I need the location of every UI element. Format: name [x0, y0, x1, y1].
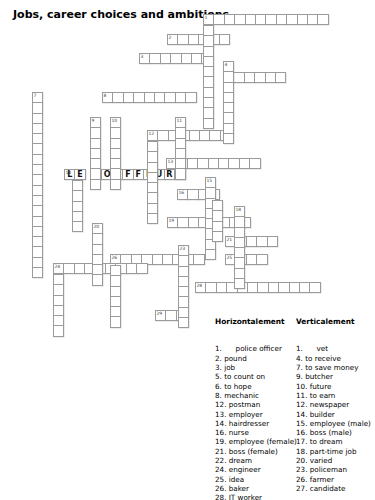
crossword-cell[interactable]: [32, 267, 43, 278]
filled-letter: F: [123, 170, 132, 179]
clue-number: 18: [236, 207, 242, 212]
clue-item: 4. to receive: [296, 354, 375, 363]
crossword-cell[interactable]: [203, 118, 214, 129]
crossword-cell[interactable]: [267, 236, 278, 247]
crossword-cell[interactable]: [72, 221, 83, 232]
clue-number: 24: [55, 264, 61, 269]
clue-item: 14. hairdresser: [215, 419, 296, 428]
crossword-cell[interactable]: [92, 274, 103, 285]
clue-lists: Horizontalement 1. police officer2. poun…: [215, 298, 375, 500]
crossword-cell[interactable]: [249, 158, 260, 169]
down-clue-items: 1. vet4. to receive7. to save money9. bu…: [296, 344, 375, 493]
clue-number: 11: [177, 118, 183, 123]
clue-item: 10. future: [296, 382, 375, 391]
clue-item: 28. IT worker: [215, 493, 296, 500]
word-slot: 7: [32, 92, 43, 277]
crossword-cell[interactable]: [53, 325, 64, 336]
word-slot: 2: [167, 34, 229, 45]
crossword-cell[interactable]: [175, 168, 186, 179]
word-slot: 23: [178, 245, 189, 327]
word-slot: 8: [102, 92, 196, 103]
word-slot: 21: [225, 236, 277, 247]
clue-item: 16. boss (male): [296, 428, 375, 437]
crossword-cell[interactable]: [110, 316, 121, 327]
word-slot: 4: [223, 61, 234, 143]
clue-item: 5. to count on: [215, 372, 296, 381]
crossword-cell[interactable]: [275, 72, 286, 83]
crossword-cell[interactable]: [205, 249, 216, 260]
clue-item: 27. candidate: [296, 484, 375, 493]
clue-number: 29: [157, 311, 163, 316]
filled-letter: E: [75, 170, 84, 179]
clue-number: 10: [112, 118, 118, 123]
clue-item: 8. mechanic: [215, 391, 296, 400]
word-slot: 11: [175, 117, 186, 179]
down-header: Verticalement: [296, 317, 375, 326]
clue-number: 23: [180, 246, 186, 251]
clue-number: 19: [169, 218, 175, 223]
worksheet-page: Jobs, career choices and ambitions 12358…: [0, 0, 375, 500]
word-slot: [203, 25, 214, 128]
clue-number: 21: [227, 237, 233, 242]
clue-item: 2. pound: [215, 354, 296, 363]
clue-item: 26. baker: [215, 484, 296, 493]
clue-number: 7: [34, 93, 37, 98]
word-slot: COIFFEUR: [91, 169, 185, 180]
filled-letter: F: [134, 170, 143, 179]
filled-letter: L: [65, 170, 74, 179]
word-slot: 1: [203, 14, 328, 25]
clue-item: 9. butcher: [296, 372, 375, 381]
clue-number: 3: [141, 54, 144, 59]
across-header: Horizontalement: [215, 317, 296, 326]
word-slot: [72, 180, 83, 231]
crossword-cell[interactable]: [317, 14, 328, 25]
crossword-cell[interactable]: [147, 213, 158, 224]
clue-item: 13. employer: [215, 410, 296, 419]
word-slot: 20: [92, 223, 103, 285]
crossword-cell[interactable]: E: [74, 169, 85, 180]
clue-item: 23. policeman: [296, 465, 375, 474]
crossword-cell[interactable]: [234, 278, 245, 289]
across-clue-items: 1. police officer2. pound3. job5. to cou…: [215, 344, 296, 500]
crossword-cell[interactable]: [309, 282, 320, 293]
clue-number: 12: [149, 131, 155, 136]
clue-item: 12. postman: [215, 400, 296, 409]
clue-number: 25: [227, 255, 233, 260]
word-slot: 3: [139, 53, 212, 64]
clue-number: 26: [112, 255, 118, 260]
clue-item: 16. nurse: [215, 428, 296, 437]
word-slot: 25: [225, 254, 267, 265]
clue-item: 12. newspaper: [296, 400, 375, 409]
crossword-cell[interactable]: [219, 34, 230, 45]
word-slot: 9: [90, 117, 101, 189]
clue-item: 20. varied: [296, 456, 375, 465]
word-slot: 12: [147, 130, 230, 141]
word-slot: [53, 274, 64, 336]
clue-number: 9: [92, 118, 95, 123]
clue-number: 1: [205, 15, 208, 20]
crossword-cell[interactable]: [136, 263, 147, 274]
clue-item: 18. part-time job: [296, 447, 375, 456]
word-slot: 14LE: [64, 169, 85, 180]
clue-item: 1. vet: [296, 344, 375, 353]
clue-item: 11. to earn: [296, 391, 375, 400]
crossword-cell[interactable]: [110, 179, 121, 190]
word-slot: 28: [195, 282, 320, 293]
word-slot: [147, 141, 158, 223]
clue-item: 19. employee (female): [215, 437, 296, 446]
crossword-cell[interactable]: [223, 133, 234, 144]
clue-item: 21. boss (female): [215, 447, 296, 456]
filled-letter: R: [165, 170, 174, 179]
down-clues: Verticalement 1. vet4. to receive7. to s…: [296, 298, 375, 500]
crossword-cell[interactable]: [212, 231, 223, 242]
clue-item: 26. farmer: [296, 475, 375, 484]
clue-number: 15: [207, 178, 213, 183]
crossword-cell[interactable]: [256, 254, 267, 265]
clue-item: 17. to dream: [296, 437, 375, 446]
clue-number: 8: [104, 93, 107, 98]
crossword-board: 12358121314LECOIFFEUR1619212625242829479…: [0, 0, 375, 340]
clue-item: 14. builder: [296, 410, 375, 419]
clue-item: 1. police officer: [215, 344, 296, 353]
clue-item: 7. to save money: [296, 363, 375, 372]
clue-number: 16: [179, 190, 185, 195]
clue-item: 25. idea: [215, 475, 296, 484]
clue-item: 22. dream: [215, 456, 296, 465]
crossword-cell[interactable]: [178, 317, 189, 328]
clue-item: 6. to hope: [215, 382, 296, 391]
clue-item: 24. engineer: [215, 465, 296, 474]
clue-number: 28: [197, 283, 203, 288]
clue-number: 2: [169, 35, 172, 40]
clue-item: 3. job: [215, 363, 296, 372]
word-slot: 18: [234, 206, 245, 288]
word-slot: 10: [110, 117, 121, 189]
crossword-cell[interactable]: [185, 92, 196, 103]
word-slot: [212, 200, 223, 241]
crossword-cell[interactable]: [90, 179, 101, 190]
word-slot: [110, 265, 121, 327]
clue-number: 4: [225, 62, 228, 67]
clue-item: 15. employee (male): [296, 419, 375, 428]
across-clues: Horizontalement 1. police officer2. poun…: [215, 298, 296, 500]
clue-number: 20: [94, 224, 100, 229]
clue-number: 13: [168, 159, 174, 164]
crossword-cell[interactable]: [193, 254, 204, 265]
